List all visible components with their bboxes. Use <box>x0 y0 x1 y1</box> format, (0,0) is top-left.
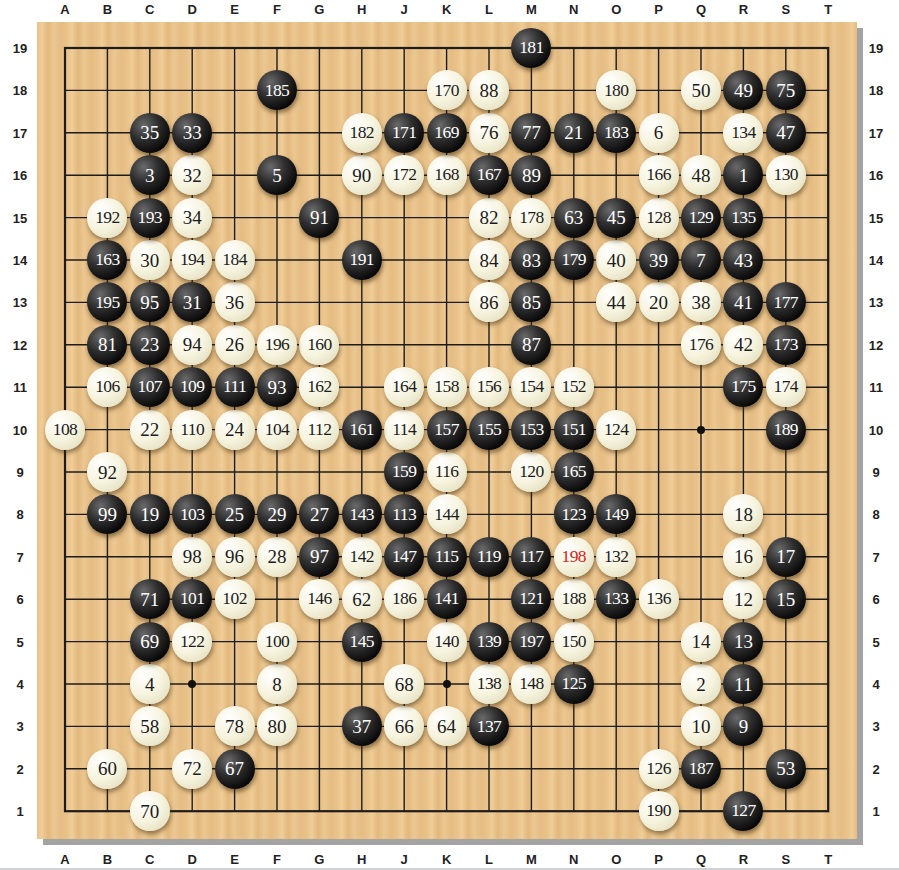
row-label-right-3: 3 <box>872 719 879 734</box>
stone-number: 12 <box>734 590 753 609</box>
stone-number: 191 <box>350 251 374 269</box>
stone-white-184-E14: 184 <box>215 240 255 280</box>
stone-number: 181 <box>519 39 543 57</box>
column-label-bottom-B: B <box>103 852 112 867</box>
column-label-bottom-A: A <box>60 852 69 867</box>
stone-number: 80 <box>268 717 287 736</box>
stone-white-42-R12: 42 <box>723 325 763 365</box>
stone-number: 18 <box>734 505 753 524</box>
stone-black-143-H8: 143 <box>342 494 382 534</box>
stone-white-110-D10: 110 <box>172 410 212 450</box>
row-label-right-18: 18 <box>869 83 883 98</box>
stone-white-22-C10: 22 <box>130 410 170 450</box>
stone-white-98-D7: 98 <box>172 537 212 577</box>
stone-number: 167 <box>477 166 501 184</box>
stone-number: 20 <box>649 293 668 312</box>
stone-white-24-E10: 24 <box>215 410 255 450</box>
stone-number: 29 <box>268 505 287 524</box>
stone-number: 33 <box>183 123 202 142</box>
stone-white-30-C14: 30 <box>130 240 170 280</box>
stone-black-183-O17: 183 <box>596 113 636 153</box>
stone-number: 27 <box>310 505 329 524</box>
stone-number: 30 <box>140 251 159 270</box>
stone-number: 35 <box>140 123 159 142</box>
column-label-bottom-R: R <box>739 852 748 867</box>
stone-white-104-F10: 104 <box>257 410 297 450</box>
column-label-bottom-L: L <box>485 852 493 867</box>
stone-number: 75 <box>776 81 795 100</box>
stone-number: 195 <box>95 294 119 312</box>
stone-black-153-M10: 153 <box>511 410 551 450</box>
stone-black-19-C8: 19 <box>130 494 170 534</box>
stone-black-123-N8: 123 <box>554 494 594 534</box>
column-label-bottom-C: C <box>145 852 154 867</box>
stone-number: 49 <box>734 81 753 100</box>
column-label-top-C: C <box>145 2 154 17</box>
stone-number: 119 <box>477 548 501 566</box>
stone-number: 143 <box>350 506 374 524</box>
stone-white-78-E3: 78 <box>215 706 255 746</box>
stone-white-64-K3: 64 <box>427 706 467 746</box>
stone-number: 63 <box>564 208 583 227</box>
stone-white-190-P1: 190 <box>639 791 679 831</box>
stone-number: 9 <box>739 717 749 736</box>
stone-number: 99 <box>98 505 117 524</box>
stone-number: 60 <box>98 759 117 778</box>
row-label-right-1: 1 <box>872 804 879 819</box>
stone-black-33-D17: 33 <box>172 113 212 153</box>
stone-white-136-P6: 136 <box>639 579 679 619</box>
row-label-left-6: 6 <box>16 592 23 607</box>
stone-black-13-R5: 13 <box>723 622 763 662</box>
stone-number: 132 <box>604 548 628 566</box>
stone-number: 178 <box>519 209 543 227</box>
stone-number: 82 <box>480 208 499 227</box>
stone-number: 166 <box>646 166 670 184</box>
stone-number: 103 <box>180 506 204 524</box>
stone-number: 120 <box>519 463 543 481</box>
stone-number: 25 <box>225 505 244 524</box>
stone-black-179-N14: 179 <box>554 240 594 280</box>
stone-number: 196 <box>265 336 289 354</box>
stone-white-114-J10: 114 <box>384 410 424 450</box>
row-label-right-9: 9 <box>872 465 879 480</box>
stone-white-40-O14: 40 <box>596 240 636 280</box>
stone-white-156-L11: 156 <box>469 367 509 407</box>
stone-number: 86 <box>480 293 499 312</box>
star-point-K4 <box>443 680 451 688</box>
stone-white-128-P15: 128 <box>639 198 679 238</box>
stone-number: 134 <box>731 124 755 142</box>
stone-number: 3 <box>145 166 155 185</box>
column-label-bottom-F: F <box>273 852 281 867</box>
row-label-right-2: 2 <box>872 761 879 776</box>
star-point-D4 <box>188 680 196 688</box>
stone-black-77-M17: 77 <box>511 113 551 153</box>
stone-black-69-C5: 69 <box>130 622 170 662</box>
stone-number: 188 <box>562 590 586 608</box>
stone-white-192-B15: 192 <box>87 198 127 238</box>
stone-black-21-N17: 21 <box>554 113 594 153</box>
stone-number: 70 <box>140 802 159 821</box>
stone-number: 165 <box>562 463 586 481</box>
stone-white-152-N11: 152 <box>554 367 594 407</box>
stone-number: 66 <box>395 717 414 736</box>
stone-number: 169 <box>434 124 458 142</box>
stone-number: 159 <box>392 463 416 481</box>
stone-number: 87 <box>522 335 541 354</box>
stone-white-84-L14: 84 <box>469 240 509 280</box>
stone-black-161-H10: 161 <box>342 410 382 450</box>
stone-number: 152 <box>562 378 586 396</box>
stone-number: 142 <box>350 548 374 566</box>
stone-number: 163 <box>95 251 119 269</box>
stone-number: 174 <box>774 378 798 396</box>
stone-number: 158 <box>434 378 458 396</box>
stone-number: 197 <box>519 633 543 651</box>
stone-number: 31 <box>183 293 202 312</box>
stone-number: 102 <box>222 590 246 608</box>
stone-white-160-G12: 160 <box>299 325 339 365</box>
stone-number: 44 <box>607 293 626 312</box>
stone-number: 45 <box>607 208 626 227</box>
stone-white-194-D14: 194 <box>172 240 212 280</box>
stone-number: 156 <box>477 378 501 396</box>
row-label-right-4: 4 <box>872 677 879 692</box>
stone-white-138-L4: 138 <box>469 664 509 704</box>
stone-number: 17 <box>776 547 795 566</box>
stone-number: 168 <box>434 166 458 184</box>
stone-number: 144 <box>434 506 458 524</box>
row-label-right-12: 12 <box>869 337 883 352</box>
stone-black-7-Q14: 7 <box>681 240 721 280</box>
row-label-right-8: 8 <box>872 507 879 522</box>
stone-number: 164 <box>392 378 416 396</box>
star-point-Q10 <box>697 426 705 434</box>
stone-number: 113 <box>392 506 416 524</box>
stone-number: 92 <box>98 463 117 482</box>
stone-number: 137 <box>477 718 501 736</box>
stone-white-28-F7: 28 <box>257 537 297 577</box>
stone-number: 189 <box>774 421 798 439</box>
column-label-bottom-O: O <box>611 852 621 867</box>
stone-white-188-N6: 188 <box>554 579 594 619</box>
stone-black-37-H3: 37 <box>342 706 382 746</box>
stone-number: 177 <box>774 294 798 312</box>
stone-number: 6 <box>654 123 664 142</box>
row-label-left-10: 10 <box>13 422 27 437</box>
stone-number: 111 <box>223 378 246 396</box>
stone-number: 112 <box>307 421 331 439</box>
stone-number: 190 <box>646 802 670 820</box>
stone-number: 94 <box>183 335 202 354</box>
stone-black-87-M12: 87 <box>511 325 551 365</box>
row-label-right-16: 16 <box>869 168 883 183</box>
stone-black-53-S2: 53 <box>766 749 806 789</box>
stone-number: 83 <box>522 251 541 270</box>
stone-white-134-R17: 134 <box>723 113 763 153</box>
stone-number: 22 <box>140 420 159 439</box>
stone-number: 162 <box>307 378 331 396</box>
stone-number: 7 <box>696 251 706 270</box>
stone-number: 122 <box>180 633 204 651</box>
stone-black-155-L10: 155 <box>469 410 509 450</box>
stone-number: 123 <box>562 506 586 524</box>
stone-number: 4 <box>145 675 155 694</box>
stone-black-91-G15: 91 <box>299 198 339 238</box>
stone-black-119-L7: 119 <box>469 537 509 577</box>
stone-black-17-S7: 17 <box>766 537 806 577</box>
stone-white-166-P16: 166 <box>639 155 679 195</box>
stone-number: 106 <box>95 378 119 396</box>
stone-number: 68 <box>395 675 414 694</box>
stone-black-75-S18: 75 <box>766 70 806 110</box>
stone-number: 11 <box>734 675 752 694</box>
go-kifu-page: { "game": "Go (weiqi/baduk), 19x19 numbe… <box>0 0 899 870</box>
column-label-bottom-H: H <box>357 852 366 867</box>
stone-number: 48 <box>692 166 711 185</box>
stone-number: 19 <box>140 505 159 524</box>
stone-white-174-S11: 174 <box>766 367 806 407</box>
stone-number: 194 <box>180 251 204 269</box>
stone-number: 135 <box>731 209 755 227</box>
column-label-top-L: L <box>485 2 493 17</box>
stone-number: 13 <box>734 632 753 651</box>
stone-number: 42 <box>734 335 753 354</box>
stone-number: 37 <box>352 717 371 736</box>
stone-number: 107 <box>138 378 162 396</box>
row-label-right-17: 17 <box>869 125 883 140</box>
stone-black-171-J17: 171 <box>384 113 424 153</box>
stone-white-62-H6: 62 <box>342 579 382 619</box>
stone-white-76-L17: 76 <box>469 113 509 153</box>
stone-number: 145 <box>350 633 374 651</box>
stone-black-35-C17: 35 <box>130 113 170 153</box>
stone-number: 136 <box>646 590 670 608</box>
stone-number: 98 <box>183 547 202 566</box>
stone-white-182-H17: 182 <box>342 113 382 153</box>
stone-number: 127 <box>731 802 755 820</box>
column-label-bottom-S: S <box>781 852 790 867</box>
column-label-top-H: H <box>357 2 366 17</box>
row-label-left-17: 17 <box>13 125 27 140</box>
stone-black-3-C16: 3 <box>130 155 170 195</box>
row-label-left-15: 15 <box>13 210 27 225</box>
stone-white-124-O10: 124 <box>596 410 636 450</box>
column-label-top-J: J <box>401 2 408 17</box>
stone-white-126-P2: 126 <box>639 749 679 789</box>
stone-number: 34 <box>183 208 202 227</box>
stone-number: 89 <box>522 166 541 185</box>
column-label-bottom-J: J <box>401 852 408 867</box>
column-label-top-D: D <box>187 2 196 17</box>
stone-white-60-B2: 60 <box>87 749 127 789</box>
stone-number: 23 <box>140 335 159 354</box>
stone-white-20-P13: 20 <box>639 282 679 322</box>
column-label-top-M: M <box>526 2 537 17</box>
stone-white-158-K11: 158 <box>427 367 467 407</box>
stone-white-8-F4: 8 <box>257 664 297 704</box>
column-label-bottom-N: N <box>569 852 578 867</box>
stone-number: 5 <box>272 166 282 185</box>
column-label-top-B: B <box>103 2 112 17</box>
stone-number: 32 <box>183 166 202 185</box>
stone-number: 97 <box>310 547 329 566</box>
stone-number: 175 <box>731 378 755 396</box>
stone-white-94-D12: 94 <box>172 325 212 365</box>
stone-number: 180 <box>604 82 628 100</box>
stone-number: 100 <box>265 633 289 651</box>
stone-white-168-K16: 168 <box>427 155 467 195</box>
row-label-left-18: 18 <box>13 83 27 98</box>
stone-white-144-K8: 144 <box>427 494 467 534</box>
stone-black-5-F16: 5 <box>257 155 297 195</box>
row-label-right-13: 13 <box>869 295 883 310</box>
stone-number: 50 <box>692 81 711 100</box>
row-label-right-5: 5 <box>872 634 879 649</box>
stone-number: 47 <box>776 123 795 142</box>
stone-number: 179 <box>562 251 586 269</box>
row-label-right-6: 6 <box>872 592 879 607</box>
stone-number: 69 <box>140 632 159 651</box>
stone-white-102-E6: 102 <box>215 579 255 619</box>
stone-black-71-C6: 71 <box>130 579 170 619</box>
stone-black-45-O15: 45 <box>596 198 636 238</box>
stone-number: 10 <box>692 717 711 736</box>
row-label-left-7: 7 <box>16 549 23 564</box>
stone-number: 91 <box>310 208 329 227</box>
column-label-bottom-T: T <box>824 852 832 867</box>
stone-number: 128 <box>646 209 670 227</box>
stone-number: 148 <box>519 675 543 693</box>
column-label-top-E: E <box>230 2 239 17</box>
stone-number: 16 <box>734 547 753 566</box>
stone-black-187-Q2: 187 <box>681 749 721 789</box>
stone-black-95-C13: 95 <box>130 282 170 322</box>
stone-black-63-N15: 63 <box>554 198 594 238</box>
stone-white-90-H16: 90 <box>342 155 382 195</box>
stone-white-150-N5: 150 <box>554 622 594 662</box>
stone-number: 160 <box>307 336 331 354</box>
stone-white-178-M15: 178 <box>511 198 551 238</box>
stone-black-25-E8: 25 <box>215 494 255 534</box>
stone-number: 129 <box>689 209 713 227</box>
row-label-right-19: 19 <box>869 41 883 56</box>
row-label-left-3: 3 <box>16 719 23 734</box>
stone-black-67-E2: 67 <box>215 749 255 789</box>
stone-black-117-M7: 117 <box>511 537 551 577</box>
stone-number: 182 <box>350 124 374 142</box>
stone-number: 192 <box>95 209 119 227</box>
stone-white-68-J4: 68 <box>384 664 424 704</box>
column-label-bottom-P: P <box>654 852 663 867</box>
stone-white-14-Q5: 14 <box>681 622 721 662</box>
stone-number: 58 <box>140 717 159 736</box>
stone-white-142-H7: 142 <box>342 537 382 577</box>
column-label-top-T: T <box>824 2 832 17</box>
stone-black-141-K6: 141 <box>427 579 467 619</box>
stone-number: 171 <box>392 124 416 142</box>
stone-black-173-S12: 173 <box>766 325 806 365</box>
stone-black-145-H5: 145 <box>342 622 382 662</box>
column-label-top-P: P <box>654 2 663 17</box>
stone-number: 64 <box>437 717 456 736</box>
stone-white-198-N7: 198 <box>554 537 594 577</box>
stone-white-82-L15: 82 <box>469 198 509 238</box>
stone-white-2-Q4: 2 <box>681 664 721 704</box>
stone-number: 28 <box>268 547 287 566</box>
stone-number: 24 <box>225 420 244 439</box>
stone-black-147-J7: 147 <box>384 537 424 577</box>
stone-number: 53 <box>776 759 795 778</box>
column-label-top-F: F <box>273 2 281 17</box>
stone-number: 151 <box>562 421 586 439</box>
stone-black-93-F11: 93 <box>257 367 297 407</box>
stone-number: 8 <box>272 675 282 694</box>
stone-white-122-D5: 122 <box>172 622 212 662</box>
stone-number: 161 <box>350 421 374 439</box>
row-label-right-10: 10 <box>869 422 883 437</box>
stone-white-100-F5: 100 <box>257 622 297 662</box>
stone-number: 84 <box>480 251 499 270</box>
stone-white-176-Q12: 176 <box>681 325 721 365</box>
row-label-left-1: 1 <box>16 804 23 819</box>
stone-number: 138 <box>477 675 501 693</box>
stone-number: 183 <box>604 124 628 142</box>
stone-white-70-C1: 70 <box>130 791 170 831</box>
stone-black-97-G7: 97 <box>299 537 339 577</box>
stone-black-177-S13: 177 <box>766 282 806 322</box>
stone-number: 186 <box>392 590 416 608</box>
stone-black-159-J9: 159 <box>384 452 424 492</box>
stone-number: 117 <box>519 548 543 566</box>
stone-number: 173 <box>774 336 798 354</box>
column-label-top-K: K <box>442 2 451 17</box>
stone-number: 85 <box>522 293 541 312</box>
stone-white-72-D2: 72 <box>172 749 212 789</box>
stone-black-189-S10: 189 <box>766 410 806 450</box>
stone-number: 184 <box>222 251 246 269</box>
stone-number: 90 <box>352 166 371 185</box>
stone-white-34-D15: 34 <box>172 198 212 238</box>
stone-number: 104 <box>265 421 289 439</box>
stone-number: 185 <box>265 82 289 100</box>
stone-number: 121 <box>519 590 543 608</box>
stone-black-139-L5: 139 <box>469 622 509 662</box>
stone-number: 41 <box>734 293 753 312</box>
stone-number: 115 <box>435 548 459 566</box>
row-label-left-13: 13 <box>13 295 27 310</box>
row-label-left-4: 4 <box>16 677 23 692</box>
column-label-top-G: G <box>314 2 324 17</box>
stone-number: 126 <box>646 760 670 778</box>
stone-black-39-P14: 39 <box>639 240 679 280</box>
row-label-right-7: 7 <box>872 549 879 564</box>
column-label-top-Q: Q <box>696 2 706 17</box>
stone-number: 155 <box>477 421 501 439</box>
stone-number: 153 <box>519 421 543 439</box>
stone-number: 78 <box>225 717 244 736</box>
row-label-left-8: 8 <box>16 507 23 522</box>
stone-white-4-C4: 4 <box>130 664 170 704</box>
stone-number: 67 <box>225 759 244 778</box>
stone-black-135-R15: 135 <box>723 198 763 238</box>
column-label-top-A: A <box>60 2 69 17</box>
stone-number: 114 <box>392 421 416 439</box>
stone-white-130-S16: 130 <box>766 155 806 195</box>
stone-number: 146 <box>307 590 331 608</box>
stone-black-23-C12: 23 <box>130 325 170 365</box>
